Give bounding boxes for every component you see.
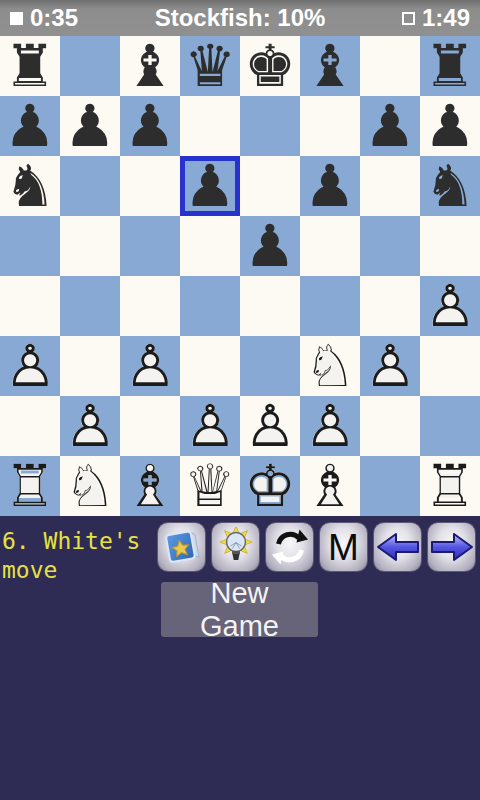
black-knight: ♞: [420, 156, 480, 216]
square-e8[interactable]: ♚: [240, 36, 300, 96]
book-star-icon: [162, 527, 202, 567]
black-clock-group: 1:49: [402, 4, 470, 32]
square-h5[interactable]: [420, 216, 480, 276]
square-f1[interactable]: ♝♗: [300, 456, 360, 516]
square-d3[interactable]: [180, 336, 240, 396]
flip-board-button[interactable]: [265, 522, 314, 572]
square-f6[interactable]: ♟: [300, 156, 360, 216]
book-button[interactable]: [157, 522, 206, 572]
white-knight: ♞♘: [300, 336, 360, 396]
square-a5[interactable]: [0, 216, 60, 276]
move-status-text: 6. White's move: [2, 527, 160, 585]
square-a8[interactable]: ♜: [0, 36, 60, 96]
square-f8[interactable]: ♝: [300, 36, 360, 96]
square-c7[interactable]: ♟: [120, 96, 180, 156]
square-c5[interactable]: [120, 216, 180, 276]
square-g3[interactable]: ♟♙: [360, 336, 420, 396]
square-h6[interactable]: ♞: [420, 156, 480, 216]
square-h3[interactable]: [420, 336, 480, 396]
black-pawn: ♟: [60, 96, 120, 156]
square-g1[interactable]: [360, 456, 420, 516]
square-b1[interactable]: ♞♘: [60, 456, 120, 516]
square-c4[interactable]: [120, 276, 180, 336]
back-button[interactable]: [373, 522, 422, 572]
white-pawn: ♟♙: [180, 396, 240, 456]
square-a2[interactable]: [0, 396, 60, 456]
black-bishop: ♝: [120, 36, 180, 96]
forward-button[interactable]: [427, 522, 476, 572]
square-g5[interactable]: [360, 216, 420, 276]
chess-board: ♜♝♛♚♝♜♟♟♟♟♟♞♟♟♞♟♟♙♟♙♟♙♞♘♟♙♟♙♟♙♟♙♟♙♜♖♞♘♝♗…: [0, 36, 480, 516]
light-bulb-icon: [216, 527, 256, 567]
white-clock: 0:35: [30, 4, 78, 32]
white-bishop: ♝♗: [300, 456, 360, 516]
black-clock: 1:49: [422, 4, 470, 32]
new-game-button[interactable]: New Game: [161, 582, 318, 637]
black-pawn: ♟: [420, 96, 480, 156]
square-d6[interactable]: ♟: [180, 156, 240, 216]
square-h4[interactable]: ♟♙: [420, 276, 480, 336]
square-d8[interactable]: ♛: [180, 36, 240, 96]
black-queen: ♛: [180, 36, 240, 96]
square-b4[interactable]: [60, 276, 120, 336]
right-arrow-icon: [430, 532, 474, 562]
status-bar: 0:35 Stockfish: 10% 1:49: [0, 0, 480, 36]
square-a6[interactable]: ♞: [0, 156, 60, 216]
white-pawn: ♟♙: [0, 336, 60, 396]
square-d1[interactable]: ♛♕: [180, 456, 240, 516]
black-pawn: ♟: [360, 96, 420, 156]
black-pawn: ♟: [180, 156, 240, 216]
square-e7[interactable]: [240, 96, 300, 156]
circular-arrows-icon: [270, 527, 310, 567]
white-pawn: ♟♙: [60, 396, 120, 456]
control-panel: 6. White's move: [0, 516, 480, 800]
white-pawn: ♟♙: [120, 336, 180, 396]
white-rook: ♜♖: [0, 456, 60, 516]
black-pawn: ♟: [240, 216, 300, 276]
square-a7[interactable]: ♟: [0, 96, 60, 156]
square-d7[interactable]: [180, 96, 240, 156]
square-h7[interactable]: ♟: [420, 96, 480, 156]
square-b2[interactable]: ♟♙: [60, 396, 120, 456]
black-rook: ♜: [420, 36, 480, 96]
white-king: ♚♔: [240, 456, 300, 516]
square-c1[interactable]: ♝♗: [120, 456, 180, 516]
white-rook: ♜♖: [420, 456, 480, 516]
black-clock-icon: [402, 12, 415, 25]
square-c8[interactable]: ♝: [120, 36, 180, 96]
square-a4[interactable]: [0, 276, 60, 336]
moves-button-label: M: [328, 529, 359, 566]
square-d2[interactable]: ♟♙: [180, 396, 240, 456]
square-f4[interactable]: [300, 276, 360, 336]
square-g8[interactable]: [360, 36, 420, 96]
moves-button[interactable]: M: [319, 522, 368, 572]
black-bishop: ♝: [300, 36, 360, 96]
square-b6[interactable]: [60, 156, 120, 216]
square-e4[interactable]: [240, 276, 300, 336]
square-g4[interactable]: [360, 276, 420, 336]
black-pawn: ♟: [300, 156, 360, 216]
square-b7[interactable]: ♟: [60, 96, 120, 156]
white-pawn: ♟♙: [420, 276, 480, 336]
black-knight: ♞: [0, 156, 60, 216]
square-g6[interactable]: [360, 156, 420, 216]
white-pawn: ♟♙: [240, 396, 300, 456]
black-rook: ♜: [0, 36, 60, 96]
square-f5[interactable]: [300, 216, 360, 276]
square-b3[interactable]: [60, 336, 120, 396]
square-h8[interactable]: ♜: [420, 36, 480, 96]
black-pawn: ♟: [0, 96, 60, 156]
white-clock-group: 0:35: [10, 4, 78, 32]
toolbar: M: [157, 522, 476, 572]
square-e5[interactable]: ♟: [240, 216, 300, 276]
square-b5[interactable]: [60, 216, 120, 276]
square-e2[interactable]: ♟♙: [240, 396, 300, 456]
black-pawn: ♟: [120, 96, 180, 156]
square-d4[interactable]: [180, 276, 240, 336]
square-e6[interactable]: [240, 156, 300, 216]
white-pawn: ♟♙: [360, 336, 420, 396]
square-a3[interactable]: ♟♙: [0, 336, 60, 396]
left-arrow-icon: [376, 532, 420, 562]
square-f3[interactable]: ♞♘: [300, 336, 360, 396]
square-e1[interactable]: ♚♔: [240, 456, 300, 516]
square-e3[interactable]: [240, 336, 300, 396]
square-f7[interactable]: [300, 96, 360, 156]
square-c2[interactable]: [120, 396, 180, 456]
black-king: ♚: [240, 36, 300, 96]
square-g2[interactable]: [360, 396, 420, 456]
square-g7[interactable]: ♟: [360, 96, 420, 156]
white-bishop: ♝♗: [120, 456, 180, 516]
white-clock-icon: [10, 12, 23, 25]
hint-button[interactable]: [211, 522, 260, 572]
square-c3[interactable]: ♟♙: [120, 336, 180, 396]
square-f2[interactable]: ♟♙: [300, 396, 360, 456]
square-h2[interactable]: [420, 396, 480, 456]
square-c6[interactable]: [120, 156, 180, 216]
white-knight: ♞♘: [60, 456, 120, 516]
square-d5[interactable]: [180, 216, 240, 276]
square-a1[interactable]: ♜♖: [0, 456, 60, 516]
square-h1[interactable]: ♜♖: [420, 456, 480, 516]
white-queen: ♛♕: [180, 456, 240, 516]
square-b8[interactable]: [60, 36, 120, 96]
white-pawn: ♟♙: [300, 396, 360, 456]
